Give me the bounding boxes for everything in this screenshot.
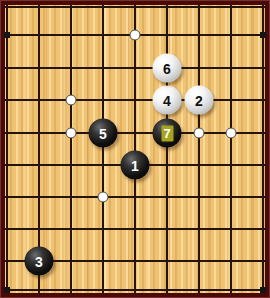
- go-board-frame: 1234567: [0, 0, 270, 298]
- circle-mark: [226, 128, 237, 139]
- stone-white-4[interactable]: 4: [153, 86, 182, 115]
- grid-line-vertical-7: [198, 5, 200, 293]
- stone-black-5[interactable]: 5: [89, 119, 118, 148]
- stone-white-6[interactable]: 6: [153, 54, 182, 83]
- grid-line-vertical-8: [230, 5, 232, 293]
- circle-mark: [194, 128, 205, 139]
- stone-black-7[interactable]: 7: [153, 119, 182, 148]
- move-number: 6: [163, 61, 171, 75]
- hoshi-dot: [4, 32, 10, 38]
- circle-mark: [66, 95, 77, 106]
- last-move-number-highlight: 7: [161, 125, 173, 141]
- go-board[interactable]: 1234567: [5, 5, 265, 293]
- hoshi-dot: [260, 32, 266, 38]
- grid-line-horizontal-8: [5, 228, 265, 230]
- hoshi-dot: [4, 287, 10, 293]
- grid-line-horizontal-10: [5, 289, 265, 291]
- move-number: 5: [99, 126, 107, 140]
- grid-line-vertical-9: [262, 5, 264, 293]
- move-number: 3: [35, 254, 43, 268]
- circle-mark: [130, 30, 141, 41]
- move-number: 4: [163, 93, 171, 107]
- stone-white-2[interactable]: 2: [185, 86, 214, 115]
- grid-line-horizontal-7: [5, 196, 265, 198]
- grid-line-horizontal-3: [5, 67, 265, 69]
- grid-line-horizontal-4: [5, 99, 265, 101]
- stone-black-1[interactable]: 1: [121, 151, 150, 180]
- grid-line-vertical-4: [102, 5, 104, 293]
- grid-line-vertical-3: [70, 5, 72, 293]
- move-number: 2: [195, 93, 203, 107]
- grid-line-vertical-5: [134, 5, 136, 293]
- stone-black-3[interactable]: 3: [25, 247, 54, 276]
- hoshi-dot: [260, 287, 266, 293]
- circle-mark: [66, 128, 77, 139]
- grid-line-vertical-6: [166, 5, 168, 293]
- move-number: 1: [131, 158, 139, 172]
- grid-line-horizontal-1: [5, 6, 265, 8]
- circle-mark: [98, 192, 109, 203]
- grid-line-vertical-1: [6, 5, 8, 293]
